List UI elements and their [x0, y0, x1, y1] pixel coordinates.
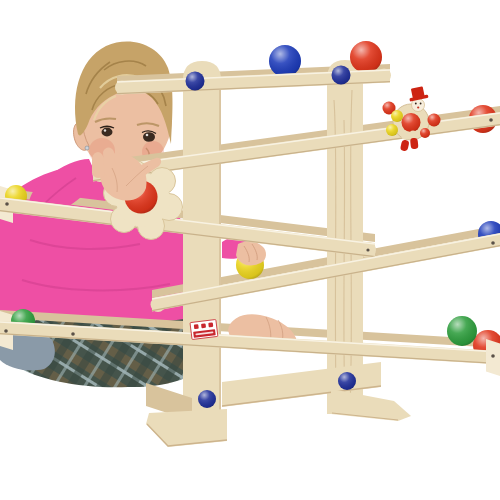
scene: [0, 0, 500, 500]
label-figure-2: [201, 323, 206, 328]
brand-label: [190, 319, 218, 339]
ball-red-track1: [350, 41, 382, 73]
peg-bottom-right: [338, 372, 356, 390]
label-figure-3: [208, 322, 213, 327]
right-post: [327, 60, 363, 414]
product-photo: [0, 0, 500, 500]
peg-top-left: [186, 72, 205, 91]
ball-blue-track1: [269, 45, 301, 77]
clown-center-ball: [402, 113, 421, 132]
label-figure-1: [194, 324, 199, 329]
ball-green-track5-right: [447, 316, 477, 346]
peg-bottom-left: [198, 390, 216, 408]
peg-top-right: [332, 66, 351, 85]
earring: [85, 146, 89, 150]
